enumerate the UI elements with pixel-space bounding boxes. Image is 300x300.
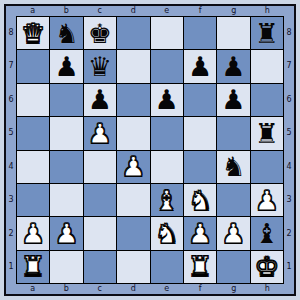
square-b3[interactable]: [50, 184, 82, 216]
file-label: f: [184, 284, 218, 294]
piece-black-rook[interactable]: ♜: [255, 120, 279, 147]
board-with-coordinates: abcdefgh 87654321 ♛♞♚♜♟♛♟♟♟♟♟♟♜♟♞♝♞♟♟♟♞♟…: [6, 6, 294, 294]
file-labels-bottom: abcdefgh: [16, 284, 284, 294]
square-g7[interactable]: ♟: [217, 50, 249, 82]
square-h3[interactable]: ♟: [251, 184, 283, 216]
piece-black-rook[interactable]: ♜: [255, 20, 279, 47]
rank-label: 2: [284, 217, 294, 251]
square-b2[interactable]: ♟: [50, 217, 82, 249]
square-h2[interactable]: ♝: [251, 217, 283, 249]
rank-label: 5: [6, 117, 16, 151]
rank-label: 7: [284, 50, 294, 84]
file-label: a: [16, 6, 50, 16]
piece-white-knight[interactable]: ♞: [188, 187, 212, 214]
square-d6[interactable]: [117, 84, 149, 116]
square-c8[interactable]: ♚: [84, 17, 116, 49]
square-e3[interactable]: ♝: [151, 184, 183, 216]
rank-label: 1: [6, 251, 16, 285]
square-a5[interactable]: [17, 117, 49, 149]
rank-label: 4: [6, 150, 16, 184]
piece-white-pawn[interactable]: ♟: [255, 187, 279, 214]
corner-bottom-left: [6, 284, 16, 294]
corner-top-right: [284, 6, 294, 16]
rank-label: 8: [284, 16, 294, 50]
rank-label: 6: [6, 83, 16, 117]
square-f1[interactable]: ♜: [184, 251, 216, 283]
square-a3[interactable]: [17, 184, 49, 216]
piece-white-rook[interactable]: ♜: [188, 253, 212, 280]
square-g5[interactable]: [217, 117, 249, 149]
piece-black-pawn[interactable]: ♟: [221, 86, 245, 113]
square-g6[interactable]: ♟: [217, 84, 249, 116]
file-label: e: [150, 284, 184, 294]
square-d8[interactable]: [117, 17, 149, 49]
piece-black-pawn[interactable]: ♟: [155, 86, 179, 113]
rank-label: 1: [284, 251, 294, 285]
board-frame: abcdefgh 87654321 ♛♞♚♜♟♛♟♟♟♟♟♟♜♟♞♝♞♟♟♟♞♟…: [4, 4, 296, 296]
square-d3[interactable]: [117, 184, 149, 216]
square-c1[interactable]: [84, 251, 116, 283]
rank-label: 3: [6, 184, 16, 218]
square-g4[interactable]: ♞: [217, 151, 249, 183]
file-labels-top: abcdefgh: [16, 6, 284, 16]
square-e6[interactable]: ♟: [151, 84, 183, 116]
square-d5[interactable]: [117, 117, 149, 149]
piece-white-pawn[interactable]: ♟: [88, 120, 112, 147]
square-c6[interactable]: ♟: [84, 84, 116, 116]
file-label: d: [117, 284, 151, 294]
square-d1[interactable]: [117, 251, 149, 283]
file-label: a: [16, 284, 50, 294]
square-b5[interactable]: [50, 117, 82, 149]
square-e5[interactable]: [151, 117, 183, 149]
file-label: h: [251, 284, 285, 294]
square-e4[interactable]: [151, 151, 183, 183]
rank-label: 3: [284, 184, 294, 218]
square-h8[interactable]: ♜: [251, 17, 283, 49]
piece-white-pawn[interactable]: ♟: [188, 220, 212, 247]
square-f8[interactable]: [184, 17, 216, 49]
file-label: h: [251, 6, 285, 16]
piece-black-knight[interactable]: ♞: [54, 20, 78, 47]
piece-black-pawn[interactable]: ♟: [188, 53, 212, 80]
piece-white-knight[interactable]: ♞: [155, 220, 179, 247]
piece-white-pawn[interactable]: ♟: [54, 220, 78, 247]
square-d7[interactable]: [117, 50, 149, 82]
file-label: d: [117, 6, 151, 16]
file-label: e: [150, 6, 184, 16]
square-a2[interactable]: ♟: [17, 217, 49, 249]
square-f2[interactable]: ♟: [184, 217, 216, 249]
diagram-background: abcdefgh 87654321 ♛♞♚♜♟♛♟♟♟♟♟♟♜♟♞♝♞♟♟♟♞♟…: [0, 0, 300, 300]
piece-black-pawn[interactable]: ♟: [88, 86, 112, 113]
piece-white-bishop[interactable]: ♝: [155, 187, 179, 214]
piece-black-bishop[interactable]: ♝: [255, 220, 279, 247]
square-f7[interactable]: ♟: [184, 50, 216, 82]
piece-black-queen[interactable]: ♛: [88, 53, 112, 80]
file-label: b: [50, 284, 84, 294]
square-g8[interactable]: [217, 17, 249, 49]
corner-top-left: [6, 6, 16, 16]
square-e2[interactable]: ♞: [151, 217, 183, 249]
square-a8[interactable]: ♛: [17, 17, 49, 49]
file-label: b: [50, 6, 84, 16]
square-c4[interactable]: [84, 151, 116, 183]
square-a6[interactable]: [17, 84, 49, 116]
square-b8[interactable]: ♞: [50, 17, 82, 49]
square-e7[interactable]: [151, 50, 183, 82]
square-c2[interactable]: [84, 217, 116, 249]
square-h1[interactable]: ♚: [251, 251, 283, 283]
square-g1[interactable]: [217, 251, 249, 283]
rank-labels-right: 87654321: [284, 16, 294, 284]
piece-white-rook[interactable]: ♜: [21, 253, 45, 280]
square-f6[interactable]: [184, 84, 216, 116]
square-c7[interactable]: ♛: [84, 50, 116, 82]
square-a4[interactable]: [17, 151, 49, 183]
square-b7[interactable]: ♟: [50, 50, 82, 82]
rank-label: 6: [284, 83, 294, 117]
square-g3[interactable]: [217, 184, 249, 216]
piece-black-knight[interactable]: ♞: [221, 153, 245, 180]
piece-black-king[interactable]: ♚: [88, 20, 112, 47]
piece-white-pawn[interactable]: ♟: [21, 220, 45, 247]
square-b6[interactable]: [50, 84, 82, 116]
square-h6[interactable]: [251, 84, 283, 116]
square-c3[interactable]: [84, 184, 116, 216]
piece-white-pawn[interactable]: ♟: [121, 153, 145, 180]
file-label: c: [83, 284, 117, 294]
square-b4[interactable]: [50, 151, 82, 183]
square-b1[interactable]: [50, 251, 82, 283]
square-a1[interactable]: ♜: [17, 251, 49, 283]
square-g2[interactable]: ♟: [217, 217, 249, 249]
square-e1[interactable]: [151, 251, 183, 283]
square-h5[interactable]: ♜: [251, 117, 283, 149]
file-label: f: [184, 6, 218, 16]
rank-label: 4: [284, 150, 294, 184]
file-label: g: [217, 284, 251, 294]
square-c5[interactable]: ♟: [84, 117, 116, 149]
piece-black-pawn[interactable]: ♟: [221, 53, 245, 80]
square-f4[interactable]: [184, 151, 216, 183]
square-d2[interactable]: [117, 217, 149, 249]
square-h4[interactable]: [251, 151, 283, 183]
file-label: c: [83, 6, 117, 16]
square-d4[interactable]: ♟: [117, 151, 149, 183]
piece-white-pawn[interactable]: ♟: [221, 220, 245, 247]
piece-white-queen[interactable]: ♛: [21, 20, 45, 47]
square-f3[interactable]: ♞: [184, 184, 216, 216]
rank-label: 5: [284, 117, 294, 151]
rank-label: 8: [6, 16, 16, 50]
rank-label: 2: [6, 217, 16, 251]
rank-labels-left: 87654321: [6, 16, 16, 284]
corner-bottom-right: [284, 284, 294, 294]
square-e8[interactable]: [151, 17, 183, 49]
chess-board: ♛♞♚♜♟♛♟♟♟♟♟♟♜♟♞♝♞♟♟♟♞♟♟♝♜♜♚: [16, 16, 284, 284]
file-label: g: [217, 6, 251, 16]
piece-white-king[interactable]: ♚: [255, 253, 279, 280]
square-f5[interactable]: [184, 117, 216, 149]
square-h7[interactable]: [251, 50, 283, 82]
square-a7[interactable]: [17, 50, 49, 82]
piece-black-pawn[interactable]: ♟: [54, 53, 78, 80]
rank-label: 7: [6, 50, 16, 84]
